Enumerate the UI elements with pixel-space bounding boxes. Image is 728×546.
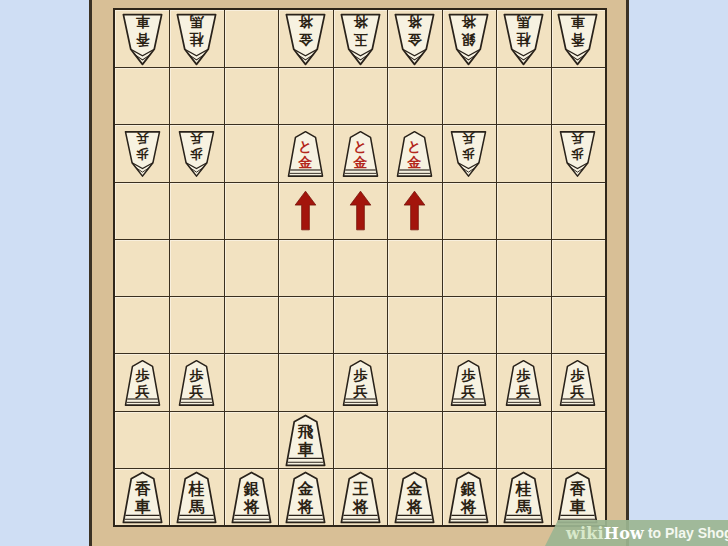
piece-pawn-sente[interactable]: 歩兵 — [176, 358, 217, 408]
svg-text:歩: 歩 — [461, 367, 476, 383]
board-cell-r8c1[interactable] — [115, 411, 169, 468]
piece-silver-sente[interactable]: 銀将 — [445, 471, 492, 524]
board-cell-r5c5[interactable] — [333, 239, 387, 296]
svg-text:兵: 兵 — [570, 383, 585, 399]
board-cell-r7c3[interactable] — [224, 353, 278, 410]
advance-arrow-up-icon — [347, 188, 374, 233]
piece-pawn-gote[interactable]: 歩兵 — [557, 129, 598, 179]
svg-text:兵: 兵 — [461, 383, 476, 399]
wikihow-watermark: wikiHow to Play Shogi — [545, 520, 728, 546]
piece-pawn-sente[interactable]: 歩兵 — [557, 358, 598, 408]
board-cell-r2c1[interactable] — [115, 67, 169, 124]
svg-text:玉: 玉 — [353, 32, 368, 48]
svg-text:香: 香 — [135, 32, 150, 48]
board-cell-r8c7[interactable] — [442, 411, 496, 468]
piece-knight-gote[interactable]: 桂馬 — [500, 13, 547, 66]
piece-silver-sente[interactable]: 銀将 — [228, 471, 275, 524]
svg-text:将: 将 — [407, 14, 422, 30]
svg-text:将: 将 — [462, 14, 477, 30]
board-cell-r4c9[interactable] — [551, 182, 605, 239]
svg-text:歩: 歩 — [352, 367, 367, 383]
svg-text:車: 車 — [569, 497, 586, 516]
svg-text:馬: 馬 — [516, 14, 531, 30]
svg-text:将: 将 — [299, 14, 314, 30]
svg-text:将: 将 — [353, 14, 368, 30]
svg-text:金: 金 — [406, 479, 423, 498]
board-cell-r5c8[interactable] — [496, 239, 550, 296]
svg-text:馬: 馬 — [190, 14, 205, 30]
svg-text:兵: 兵 — [352, 383, 367, 399]
watermark-title: to Play Shogi — [644, 525, 728, 541]
piece-king-gote[interactable]: 玉将 — [337, 13, 384, 66]
svg-text:兵: 兵 — [134, 383, 149, 399]
svg-text:香: 香 — [569, 479, 586, 498]
svg-text:と: と — [298, 138, 312, 154]
svg-text:兵: 兵 — [515, 383, 530, 399]
board-cell-r8c2[interactable] — [169, 411, 223, 468]
svg-text:飛: 飛 — [297, 422, 314, 441]
piece-lance-sente[interactable]: 香車 — [119, 471, 166, 524]
svg-text:車: 車 — [133, 497, 150, 516]
piece-rook-sente[interactable]: 飛車 — [282, 414, 329, 467]
svg-text:歩: 歩 — [134, 367, 149, 383]
svg-text:将: 将 — [242, 497, 259, 516]
shogi-board: 香車桂馬金将玉将金将銀将桂馬香車歩兵歩兵と金と金と金歩兵歩兵歩兵歩兵歩兵歩兵歩兵… — [89, 0, 629, 546]
piece-lance-gote[interactable]: 香車 — [554, 13, 601, 66]
board-cell-r2c2[interactable] — [169, 67, 223, 124]
svg-text:車: 車 — [297, 440, 314, 459]
watermark-wiki-label: wiki — [566, 524, 604, 543]
svg-text:金: 金 — [407, 32, 422, 48]
svg-text:兵: 兵 — [571, 131, 585, 146]
svg-text:歩: 歩 — [189, 367, 204, 383]
board-grid: 香車桂馬金将玉将金将銀将桂馬香車歩兵歩兵と金と金と金歩兵歩兵歩兵歩兵歩兵歩兵歩兵… — [113, 8, 607, 527]
svg-text:車: 車 — [135, 14, 150, 30]
svg-text:と: と — [407, 138, 421, 154]
svg-text:歩: 歩 — [190, 147, 204, 162]
svg-text:将: 将 — [297, 497, 314, 516]
svg-text:王: 王 — [351, 479, 368, 498]
svg-text:金: 金 — [352, 154, 367, 170]
board-cell-r6c9[interactable] — [551, 296, 605, 353]
board-cell-r6c8[interactable] — [496, 296, 550, 353]
board-cell-r6c5[interactable] — [333, 296, 387, 353]
piece-tokin-sente[interactable]: と金 — [285, 129, 326, 179]
board-cell-r4c8[interactable] — [496, 182, 550, 239]
svg-text:桂: 桂 — [515, 479, 532, 498]
board-cell-r8c5[interactable] — [333, 411, 387, 468]
svg-text:馬: 馬 — [515, 497, 532, 516]
piece-knight-sente[interactable]: 桂馬 — [173, 471, 220, 524]
screenshot-canvas: 香車桂馬金将玉将金将銀将桂馬香車歩兵歩兵と金と金と金歩兵歩兵歩兵歩兵歩兵歩兵歩兵… — [0, 0, 728, 546]
svg-text:車: 車 — [571, 14, 586, 30]
piece-gold-gote[interactable]: 金将 — [391, 13, 438, 66]
svg-text:香: 香 — [133, 479, 150, 498]
board-cell-r2c3[interactable] — [224, 67, 278, 124]
svg-text:金: 金 — [299, 32, 314, 48]
board-cell-r2c4[interactable] — [278, 67, 332, 124]
svg-text:金: 金 — [298, 154, 313, 170]
board-cell-r8c9[interactable] — [551, 411, 605, 468]
piece-gold-sente[interactable]: 金将 — [282, 471, 329, 524]
svg-text:歩: 歩 — [570, 367, 585, 383]
board-cell-r5c4[interactable] — [278, 239, 332, 296]
svg-text:金: 金 — [297, 479, 314, 498]
board-cell-r3c8[interactable] — [496, 124, 550, 181]
board-cell-r5c1[interactable] — [115, 239, 169, 296]
board-cell-r7c4[interactable] — [278, 353, 332, 410]
piece-king-sente[interactable]: 王将 — [337, 471, 384, 524]
piece-gold-gote[interactable]: 金将 — [282, 13, 329, 66]
svg-text:将: 将 — [406, 497, 423, 516]
board-cell-r5c3[interactable] — [224, 239, 278, 296]
svg-text:歩: 歩 — [462, 147, 476, 162]
board-cell-r2c8[interactable] — [496, 67, 550, 124]
board-cell-r2c6[interactable] — [387, 67, 441, 124]
svg-text:桂: 桂 — [516, 32, 531, 48]
board-cell-r3c3[interactable] — [224, 124, 278, 181]
piece-knight-sente[interactable]: 桂馬 — [500, 471, 547, 524]
svg-text:金: 金 — [406, 154, 421, 170]
board-cell-r5c9[interactable] — [551, 239, 605, 296]
piece-tokin-sente[interactable]: と金 — [394, 129, 435, 179]
svg-text:桂: 桂 — [190, 32, 205, 48]
svg-text:銀: 銀 — [242, 479, 259, 498]
piece-pawn-gote[interactable]: 歩兵 — [122, 129, 163, 179]
piece-pawn-sente[interactable]: 歩兵 — [340, 358, 381, 408]
board-cell-r8c6[interactable] — [387, 411, 441, 468]
board-cell-r6c7[interactable] — [442, 296, 496, 353]
svg-text:兵: 兵 — [190, 131, 204, 146]
board-cell-r6c1[interactable] — [115, 296, 169, 353]
board-cell-r2c7[interactable] — [442, 67, 496, 124]
piece-lance-gote[interactable]: 香車 — [119, 13, 166, 66]
svg-text:兵: 兵 — [135, 131, 149, 146]
board-cell-r5c2[interactable] — [169, 239, 223, 296]
svg-text:歩: 歩 — [135, 147, 149, 162]
advance-arrow-up-icon — [292, 188, 319, 233]
piece-pawn-sente[interactable]: 歩兵 — [503, 358, 544, 408]
board-cell-r6c2[interactable] — [169, 296, 223, 353]
piece-knight-gote[interactable]: 桂馬 — [173, 13, 220, 66]
board-cell-r4c7[interactable] — [442, 182, 496, 239]
svg-text:銀: 銀 — [461, 32, 477, 48]
board-cell-r5c7[interactable] — [442, 239, 496, 296]
board-cell-r2c9[interactable] — [551, 67, 605, 124]
svg-text:将: 将 — [351, 497, 368, 516]
piece-gold-sente[interactable]: 金将 — [391, 471, 438, 524]
svg-text:兵: 兵 — [189, 383, 204, 399]
board-cell-r8c8[interactable] — [496, 411, 550, 468]
board-cell-r6c3[interactable] — [224, 296, 278, 353]
svg-text:馬: 馬 — [188, 497, 205, 516]
piece-silver-gote[interactable]: 銀将 — [445, 13, 492, 66]
svg-text:と: と — [353, 138, 367, 154]
board-cell-r5c6[interactable] — [387, 239, 441, 296]
board-cell-r4c1[interactable] — [115, 182, 169, 239]
board-cell-r2c5[interactable] — [333, 67, 387, 124]
board-cell-r7c6[interactable] — [387, 353, 441, 410]
board-cell-r6c6[interactable] — [387, 296, 441, 353]
svg-text:兵: 兵 — [462, 131, 476, 146]
piece-pawn-sente[interactable]: 歩兵 — [122, 358, 163, 408]
board-cell-r1c3[interactable] — [224, 10, 278, 67]
piece-pawn-gote[interactable]: 歩兵 — [176, 129, 217, 179]
piece-tokin-sente[interactable]: と金 — [340, 129, 381, 179]
watermark-how-label: How — [604, 524, 644, 543]
svg-text:歩: 歩 — [571, 147, 585, 162]
piece-pawn-gote[interactable]: 歩兵 — [448, 129, 489, 179]
board-cell-r4c3[interactable] — [224, 182, 278, 239]
piece-pawn-sente[interactable]: 歩兵 — [448, 358, 489, 408]
advance-arrow-up-icon — [401, 188, 428, 233]
svg-text:桂: 桂 — [188, 479, 205, 498]
svg-text:銀: 銀 — [460, 479, 477, 498]
svg-text:歩: 歩 — [515, 367, 530, 383]
board-cell-r4c2[interactable] — [169, 182, 223, 239]
board-cell-r6c4[interactable] — [278, 296, 332, 353]
board-cell-r8c3[interactable] — [224, 411, 278, 468]
svg-text:将: 将 — [460, 497, 477, 516]
svg-text:香: 香 — [571, 32, 586, 48]
piece-lance-sente[interactable]: 香車 — [554, 471, 601, 524]
